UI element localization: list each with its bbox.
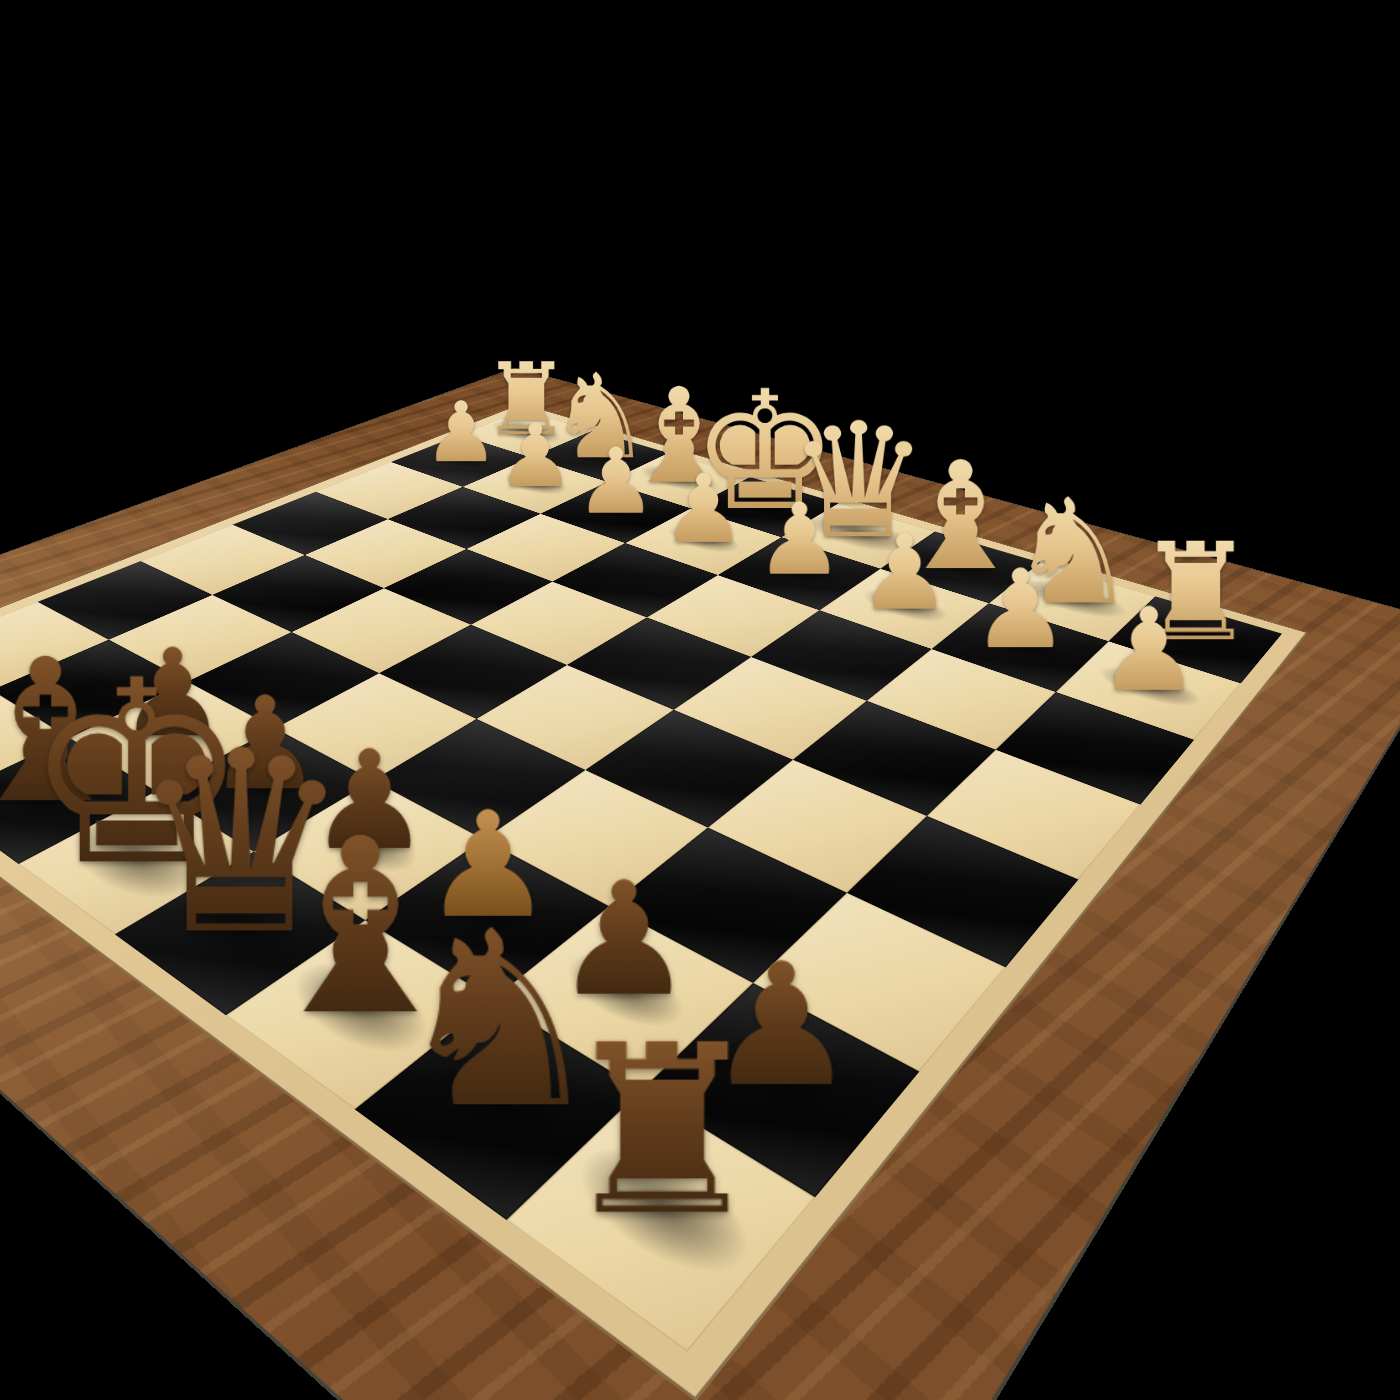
chess-photo-scene: ♜♞♝♛♚♝♞♜♟♟♟♟♟♟♟♟♜♞♝♛♚♝♟♟♟♟♟♟ — [0, 0, 1400, 1400]
chess-board: ♜♞♝♛♚♝♞♜♟♟♟♟♟♟♟♟♜♞♝♛♚♝♟♟♟♟♟♟ — [0, 368, 1400, 1400]
